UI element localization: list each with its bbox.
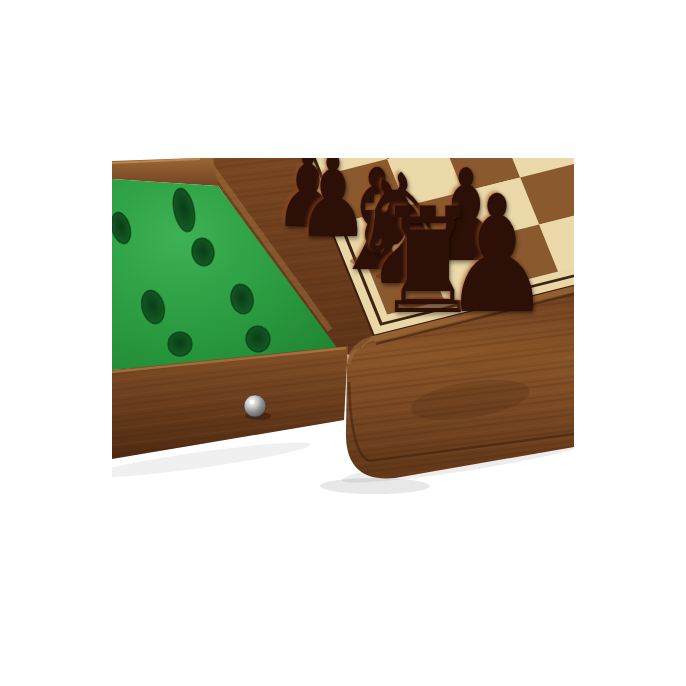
board-square	[482, 69, 558, 130]
board-square	[501, 0, 577, 22]
board-square	[254, 0, 330, 32]
chess-piece-pawn-front: ♟	[443, 174, 550, 336]
board-square	[311, 0, 387, 18]
board-square	[634, 0, 686, 41]
board-square	[558, 0, 634, 8]
board-square	[577, 149, 653, 210]
board-square	[330, 4, 406, 65]
board-square	[558, 102, 634, 163]
pieces-layer: ♟♟♝♟♞♜♟	[112, 158, 574, 502]
board-square	[406, 36, 482, 97]
board-square	[273, 18, 349, 79]
board-square	[672, 73, 686, 134]
board-square	[368, 98, 444, 159]
product-photo: ♟♟♝♟♞♜♟	[0, 0, 686, 686]
board-square	[425, 83, 501, 144]
board-square	[634, 135, 686, 196]
board-square	[653, 182, 686, 243]
board-square	[577, 0, 653, 55]
board-square	[368, 0, 444, 4]
board-square	[596, 41, 672, 102]
board-square	[615, 88, 686, 149]
board-square	[349, 51, 425, 112]
board-square	[653, 26, 686, 87]
board-square	[539, 55, 615, 116]
board-square	[387, 0, 463, 51]
board-square	[463, 22, 539, 83]
board-square	[444, 0, 520, 36]
board-square	[292, 65, 368, 126]
board-square	[520, 8, 596, 69]
board-square	[596, 196, 672, 257]
